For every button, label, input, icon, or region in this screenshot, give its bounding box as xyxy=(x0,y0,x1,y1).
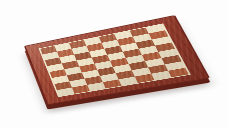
photo-scene xyxy=(0,0,228,128)
chess-board xyxy=(24,15,210,105)
